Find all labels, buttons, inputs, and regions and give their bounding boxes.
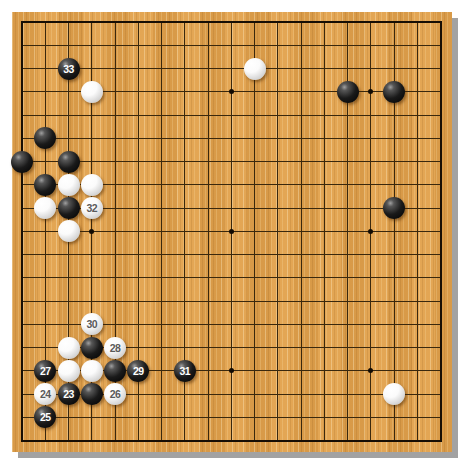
stone-P16-black[interactable] — [337, 81, 359, 103]
move-number: 27 — [40, 364, 51, 376]
intersection-C4 — [57, 359, 80, 382]
intersection-D16 — [80, 80, 103, 103]
intersection-B3: 24 — [34, 382, 57, 405]
stone-R11-black[interactable] — [383, 197, 405, 219]
stone-B12-black[interactable] — [34, 174, 56, 196]
star-point — [220, 80, 243, 103]
move-number: 29 — [133, 364, 144, 376]
intersection-C3: 23 — [57, 382, 80, 405]
stone-C4-white[interactable] — [58, 360, 80, 382]
stone-B3-white[interactable]: 24 — [34, 383, 56, 405]
star-point — [359, 220, 382, 243]
intersection-E3: 26 — [103, 382, 126, 405]
page-background: 3332302827293124232625 — [0, 0, 463, 463]
intersections-grid: 3332302827293124232625 — [10, 10, 452, 452]
stone-F4-black[interactable]: 29 — [127, 360, 149, 382]
intersection-B12 — [34, 173, 57, 196]
stone-B14-black[interactable] — [34, 127, 56, 149]
star-point — [359, 359, 382, 382]
intersection-B2: 25 — [34, 406, 57, 429]
stone-B11-white[interactable] — [34, 197, 56, 219]
stone-C3-black[interactable]: 23 — [58, 383, 80, 405]
stone-C12-white[interactable] — [58, 174, 80, 196]
move-number: 28 — [110, 341, 121, 353]
star-point — [80, 220, 103, 243]
intersection-A13 — [10, 150, 33, 173]
stone-C13-black[interactable] — [58, 151, 80, 173]
stone-B2-black[interactable]: 25 — [34, 406, 56, 428]
stone-D12-white[interactable] — [81, 174, 103, 196]
stone-E5-white[interactable]: 28 — [104, 337, 126, 359]
intersection-D3 — [80, 382, 103, 405]
move-number: 23 — [63, 388, 74, 400]
move-number: 33 — [63, 62, 74, 74]
star-point-dot — [229, 229, 234, 234]
intersection-D12 — [80, 173, 103, 196]
intersection-D11: 32 — [80, 196, 103, 219]
intersection-C11 — [57, 196, 80, 219]
star-point-dot — [89, 229, 94, 234]
intersection-P16 — [336, 80, 359, 103]
intersection-F4: 29 — [127, 359, 150, 382]
stone-B4-black[interactable]: 27 — [34, 360, 56, 382]
stone-H4-black[interactable]: 31 — [174, 360, 196, 382]
star-point — [220, 220, 243, 243]
intersection-B11 — [34, 196, 57, 219]
stone-R16-black[interactable] — [383, 81, 405, 103]
stone-C11-black[interactable] — [58, 197, 80, 219]
go-board[interactable]: 3332302827293124232625 — [12, 12, 452, 452]
stone-C17-black[interactable]: 33 — [58, 58, 80, 80]
move-number: 31 — [179, 364, 190, 376]
move-number: 32 — [86, 202, 97, 214]
move-number: 24 — [40, 388, 51, 400]
move-number: 30 — [86, 318, 97, 330]
stone-D5-black[interactable] — [81, 337, 103, 359]
stone-L17-white[interactable] — [244, 58, 266, 80]
stone-D3-black[interactable] — [81, 383, 103, 405]
star-point-dot — [229, 89, 234, 94]
intersection-R11 — [382, 196, 405, 219]
intersection-C17: 33 — [57, 57, 80, 80]
intersection-R16 — [382, 80, 405, 103]
intersection-C12 — [57, 173, 80, 196]
star-point-dot — [368, 89, 373, 94]
intersection-B4: 27 — [34, 359, 57, 382]
stone-D6-white[interactable]: 30 — [81, 313, 103, 335]
intersection-D6: 30 — [80, 313, 103, 336]
intersection-D4 — [80, 359, 103, 382]
stone-D11-white[interactable]: 32 — [81, 197, 103, 219]
stone-C5-white[interactable] — [58, 337, 80, 359]
intersection-D5 — [80, 336, 103, 359]
intersection-E4 — [103, 359, 126, 382]
intersection-C13 — [57, 150, 80, 173]
star-point-dot — [229, 368, 234, 373]
move-number: 25 — [40, 411, 51, 423]
stone-D16-white[interactable] — [81, 81, 103, 103]
stone-E3-white[interactable]: 26 — [104, 383, 126, 405]
stone-C10-white[interactable] — [58, 220, 80, 242]
intersection-C10 — [57, 220, 80, 243]
star-point — [359, 80, 382, 103]
intersection-E5: 28 — [103, 336, 126, 359]
stone-R3-white[interactable] — [383, 383, 405, 405]
intersection-C5 — [57, 336, 80, 359]
stone-D4-white[interactable] — [81, 360, 103, 382]
star-point — [220, 359, 243, 382]
intersection-L17 — [243, 57, 266, 80]
stone-A13-black[interactable] — [11, 151, 33, 173]
intersection-R3 — [382, 382, 405, 405]
star-point-dot — [368, 368, 373, 373]
intersection-H4: 31 — [173, 359, 196, 382]
intersection-B14 — [34, 127, 57, 150]
stone-E4-black[interactable] — [104, 360, 126, 382]
move-number: 26 — [110, 388, 121, 400]
star-point-dot — [368, 229, 373, 234]
